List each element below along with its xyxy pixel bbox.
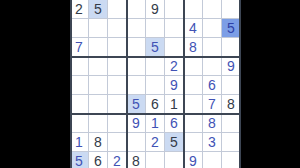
cell-r6c2[interactable] — [89, 95, 108, 114]
cell-r2c4[interactable] — [127, 19, 146, 38]
cell-r3c8[interactable] — [203, 38, 222, 57]
cell-r9c9[interactable] — [222, 152, 241, 168]
cell-r7c8[interactable]: 8 — [203, 114, 222, 133]
cell-r9c3[interactable]: 2 — [108, 152, 127, 168]
cell-r1c7[interactable] — [184, 0, 203, 19]
cell-r7c5[interactable]: 1 — [146, 114, 165, 133]
cell-r4c2[interactable] — [89, 57, 108, 76]
cell-r9c6[interactable] — [165, 152, 184, 168]
cell-r6c5[interactable]: 6 — [146, 95, 165, 114]
cell-r9c5[interactable] — [146, 152, 165, 168]
cell-r7c4[interactable]: 9 — [127, 114, 146, 133]
cell-r3c3[interactable] — [108, 38, 127, 57]
cell-r6c4[interactable]: 5 — [127, 95, 146, 114]
cell-r7c6[interactable]: 6 — [165, 114, 184, 133]
cell-r5c8[interactable]: 6 — [203, 76, 222, 95]
cell-r2c5[interactable] — [146, 19, 165, 38]
cell-r5c5[interactable] — [146, 76, 165, 95]
cell-r2c2[interactable] — [89, 19, 108, 38]
cell-r7c3[interactable] — [108, 114, 127, 133]
cell-r3c9[interactable] — [222, 38, 241, 57]
cell-r7c7[interactable] — [184, 114, 203, 133]
cell-r5c9[interactable] — [222, 76, 241, 95]
cell-r7c2[interactable] — [89, 114, 108, 133]
cell-r4c6[interactable]: 2 — [165, 57, 184, 76]
cell-r4c8[interactable] — [203, 57, 222, 76]
cell-r2c9[interactable]: 5 — [222, 19, 241, 38]
cell-r1c8[interactable] — [203, 0, 222, 19]
cell-r4c4[interactable] — [127, 57, 146, 76]
cell-r1c5[interactable]: 9 — [146, 0, 165, 19]
cell-r5c6[interactable]: 9 — [165, 76, 184, 95]
cell-r4c1[interactable] — [70, 57, 89, 76]
cell-r8c3[interactable] — [108, 133, 127, 152]
cell-r1c2[interactable]: 5 — [89, 0, 108, 19]
cell-r5c2[interactable] — [89, 76, 108, 95]
cell-r7c9[interactable] — [222, 114, 241, 133]
cell-r6c1[interactable] — [70, 95, 89, 114]
cell-r2c3[interactable] — [108, 19, 127, 38]
cell-r8c9[interactable] — [222, 133, 241, 152]
cell-r4c5[interactable] — [146, 57, 165, 76]
cell-r8c5[interactable]: 2 — [146, 133, 165, 152]
cell-r2c1[interactable] — [70, 19, 89, 38]
cell-r4c9[interactable]: 9 — [222, 57, 241, 76]
cell-r8c6[interactable]: 5 — [165, 133, 184, 152]
cell-r2c8[interactable] — [203, 19, 222, 38]
cell-r6c7[interactable] — [184, 95, 203, 114]
cell-r3c7[interactable]: 8 — [184, 38, 203, 57]
cell-r8c1[interactable]: 1 — [70, 133, 89, 152]
cell-r1c4[interactable] — [127, 0, 146, 19]
cell-r1c6[interactable] — [165, 0, 184, 19]
sudoku-board: 2594575829965617891681825356289 — [70, 0, 241, 168]
cell-r3c2[interactable] — [89, 38, 108, 57]
cell-r9c7[interactable]: 9 — [184, 152, 203, 168]
cell-r9c2[interactable]: 6 — [89, 152, 108, 168]
cell-r8c4[interactable] — [127, 133, 146, 152]
cell-r9c4[interactable]: 8 — [127, 152, 146, 168]
cell-r5c7[interactable] — [184, 76, 203, 95]
cell-r7c1[interactable] — [70, 114, 89, 133]
cell-r3c5[interactable]: 5 — [146, 38, 165, 57]
cell-r5c3[interactable] — [108, 76, 127, 95]
cell-r1c3[interactable] — [108, 0, 127, 19]
cell-r4c3[interactable] — [108, 57, 127, 76]
cell-r6c9[interactable]: 8 — [222, 95, 241, 114]
cell-r6c6[interactable]: 1 — [165, 95, 184, 114]
cell-r2c7[interactable]: 4 — [184, 19, 203, 38]
cell-r6c3[interactable] — [108, 95, 127, 114]
cell-r3c1[interactable]: 7 — [70, 38, 89, 57]
cell-r8c8[interactable]: 3 — [203, 133, 222, 152]
cell-r1c1[interactable]: 2 — [70, 0, 89, 19]
cell-r8c2[interactable]: 8 — [89, 133, 108, 152]
cell-r6c8[interactable]: 7 — [203, 95, 222, 114]
cell-r9c1[interactable]: 5 — [70, 152, 89, 168]
cell-r2c6[interactable] — [165, 19, 184, 38]
cell-r4c7[interactable] — [184, 57, 203, 76]
cell-r1c9[interactable] — [222, 0, 241, 19]
cell-r3c6[interactable] — [165, 38, 184, 57]
cell-r8c7[interactable] — [184, 133, 203, 152]
cell-r3c4[interactable] — [127, 38, 146, 57]
cell-r9c8[interactable] — [203, 152, 222, 168]
cell-r5c1[interactable] — [70, 76, 89, 95]
app-screen: 2594575829965617891681825356289 — [0, 0, 300, 168]
cell-r5c4[interactable] — [127, 76, 146, 95]
